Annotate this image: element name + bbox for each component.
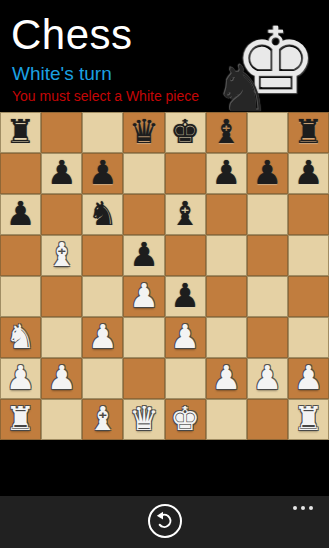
piece-black-pawn: ♟ (211, 156, 241, 189)
square-c4[interactable] (82, 276, 123, 317)
square-g4[interactable] (247, 276, 288, 317)
square-a7[interactable] (0, 153, 41, 194)
square-d8[interactable]: ♛ (123, 112, 164, 153)
piece-white-rook: ♜ (6, 402, 36, 435)
undo-arrow-icon (155, 511, 175, 531)
square-e8[interactable]: ♚ (165, 112, 206, 153)
square-e6[interactable]: ♝ (165, 194, 206, 235)
square-f7[interactable]: ♟ (206, 153, 247, 194)
square-a2[interactable]: ♟ (0, 358, 41, 399)
page-title: Chess (11, 13, 133, 57)
square-d2[interactable] (123, 358, 164, 399)
ellipsis-icon (293, 506, 297, 510)
piece-white-pawn: ♟ (6, 361, 36, 394)
square-b2[interactable]: ♟ (41, 358, 82, 399)
square-c2[interactable] (82, 358, 123, 399)
square-e2[interactable] (165, 358, 206, 399)
square-f8[interactable]: ♝ (206, 112, 247, 153)
square-b3[interactable] (41, 317, 82, 358)
square-h7[interactable]: ♟ (288, 153, 329, 194)
piece-white-knight: ♞ (6, 320, 36, 353)
square-d1[interactable]: ♛ (123, 399, 164, 440)
square-h8[interactable]: ♜ (288, 112, 329, 153)
piece-white-bishop: ♝ (47, 238, 77, 271)
square-e7[interactable] (165, 153, 206, 194)
chess-board: ♜♛♚♝♜♟♟♟♟♟♟♞♝♝♟♟♟♞♟♟♟♟♟♟♟♜♝♛♚♜ (0, 112, 329, 440)
piece-white-pawn: ♟ (170, 320, 200, 353)
square-e3[interactable]: ♟ (165, 317, 206, 358)
square-b5[interactable]: ♝ (41, 235, 82, 276)
square-c8[interactable] (82, 112, 123, 153)
square-f4[interactable] (206, 276, 247, 317)
piece-black-rook: ♜ (6, 115, 36, 148)
turn-status: White's turn (12, 63, 112, 85)
square-g6[interactable] (247, 194, 288, 235)
square-a4[interactable] (0, 276, 41, 317)
piece-black-pawn: ♟ (129, 238, 159, 271)
square-c3[interactable]: ♟ (82, 317, 123, 358)
piece-black-pawn: ♟ (170, 279, 200, 312)
app-bar (0, 496, 329, 548)
piece-white-rook: ♜ (294, 402, 324, 435)
piece-black-pawn: ♟ (88, 156, 118, 189)
piece-white-pawn: ♟ (294, 361, 324, 394)
piece-black-pawn: ♟ (253, 156, 283, 189)
square-f6[interactable] (206, 194, 247, 235)
square-b8[interactable] (41, 112, 82, 153)
piece-white-pawn: ♟ (129, 279, 159, 312)
square-c7[interactable]: ♟ (82, 153, 123, 194)
piece-black-pawn: ♟ (6, 197, 36, 230)
square-a5[interactable] (0, 235, 41, 276)
square-f1[interactable] (206, 399, 247, 440)
piece-white-queen: ♛ (129, 402, 159, 435)
square-a8[interactable]: ♜ (0, 112, 41, 153)
square-e1[interactable]: ♚ (165, 399, 206, 440)
piece-black-queen: ♛ (129, 115, 159, 148)
square-d3[interactable] (123, 317, 164, 358)
square-h4[interactable] (288, 276, 329, 317)
undo-button[interactable] (148, 504, 182, 538)
square-g7[interactable]: ♟ (247, 153, 288, 194)
ellipsis-icon (309, 506, 313, 510)
square-h2[interactable]: ♟ (288, 358, 329, 399)
square-a6[interactable]: ♟ (0, 194, 41, 235)
piece-black-bishop: ♝ (170, 197, 200, 230)
square-f5[interactable] (206, 235, 247, 276)
piece-white-pawn: ♟ (88, 320, 118, 353)
square-d5[interactable]: ♟ (123, 235, 164, 276)
square-f2[interactable]: ♟ (206, 358, 247, 399)
square-a1[interactable]: ♜ (0, 399, 41, 440)
piece-black-king: ♚ (170, 115, 200, 148)
square-g2[interactable]: ♟ (247, 358, 288, 399)
piece-black-pawn: ♟ (47, 156, 77, 189)
instruction-text: You must select a White piece (12, 88, 199, 105)
square-h1[interactable]: ♜ (288, 399, 329, 440)
square-g8[interactable] (247, 112, 288, 153)
square-b1[interactable] (41, 399, 82, 440)
square-e4[interactable]: ♟ (165, 276, 206, 317)
square-h6[interactable] (288, 194, 329, 235)
ellipsis-icon (301, 506, 305, 510)
square-a3[interactable]: ♞ (0, 317, 41, 358)
square-g3[interactable] (247, 317, 288, 358)
piece-black-pawn: ♟ (294, 156, 324, 189)
square-g1[interactable] (247, 399, 288, 440)
square-h5[interactable] (288, 235, 329, 276)
piece-black-knight: ♞ (88, 197, 118, 230)
piece-white-bishop: ♝ (88, 402, 118, 435)
square-g5[interactable] (247, 235, 288, 276)
square-c5[interactable] (82, 235, 123, 276)
square-d6[interactable] (123, 194, 164, 235)
piece-white-pawn: ♟ (253, 361, 283, 394)
square-b4[interactable] (41, 276, 82, 317)
app-screen: Chess White's turn You must select a Whi… (0, 0, 329, 548)
piece-black-rook: ♜ (294, 115, 324, 148)
square-c6[interactable]: ♞ (82, 194, 123, 235)
square-e5[interactable] (165, 235, 206, 276)
square-h3[interactable] (288, 317, 329, 358)
piece-white-pawn: ♟ (211, 361, 241, 394)
square-c1[interactable]: ♝ (82, 399, 123, 440)
piece-white-king: ♚ (170, 402, 200, 435)
more-options-button[interactable] (289, 502, 317, 514)
square-f3[interactable] (206, 317, 247, 358)
square-b7[interactable]: ♟ (41, 153, 82, 194)
square-d7[interactable] (123, 153, 164, 194)
piece-white-pawn: ♟ (47, 361, 77, 394)
square-b6[interactable] (41, 194, 82, 235)
square-d4[interactable]: ♟ (123, 276, 164, 317)
piece-black-bishop: ♝ (211, 115, 241, 148)
